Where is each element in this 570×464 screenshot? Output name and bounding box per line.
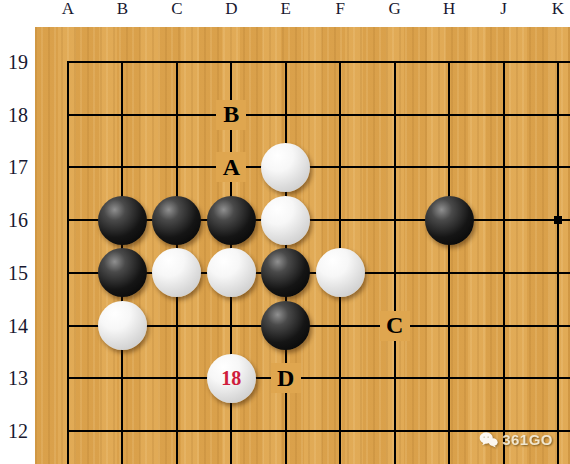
column-label: A — [56, 0, 80, 18]
grid-line-vertical — [448, 61, 450, 464]
stone-white — [261, 143, 310, 192]
move-number-label: 18 — [221, 368, 241, 388]
column-label: C — [165, 0, 189, 18]
row-label: 12 — [0, 420, 28, 442]
row-label: 16 — [0, 209, 28, 231]
grid-line-horizontal — [67, 166, 570, 168]
row-label: 15 — [0, 262, 28, 284]
grid-line-vertical — [503, 61, 505, 464]
row-label: 13 — [0, 367, 28, 389]
board-letter-mark: C — [380, 311, 410, 341]
board-letter-mark: D — [271, 363, 301, 393]
grid-line-vertical — [67, 61, 69, 464]
column-label: J — [492, 0, 516, 18]
column-label: H — [437, 0, 461, 18]
column-label: F — [328, 0, 352, 18]
stone-black — [207, 196, 256, 245]
watermark-text: 361GO — [502, 431, 553, 448]
row-label: 17 — [0, 156, 28, 178]
row-label: 14 — [0, 315, 28, 337]
board-letter-mark: A — [216, 152, 246, 182]
grid-line-horizontal — [67, 61, 570, 63]
stone-white — [207, 248, 256, 297]
column-label: G — [383, 0, 407, 18]
watermark: 361GO — [479, 431, 553, 448]
row-label: 19 — [0, 51, 28, 73]
column-label: B — [110, 0, 134, 18]
stone-white — [316, 248, 365, 297]
stone-black — [98, 248, 147, 297]
star-point — [554, 216, 562, 224]
stone-black — [425, 196, 474, 245]
stone-black — [152, 196, 201, 245]
board-letter-mark: B — [216, 100, 246, 130]
column-label: K — [546, 0, 570, 18]
stone-white — [261, 196, 310, 245]
grid-line-horizontal — [67, 114, 570, 116]
board-background — [35, 27, 570, 464]
grid-line-horizontal — [67, 377, 570, 379]
stone-black — [261, 301, 310, 350]
stone-white: 18 — [207, 354, 256, 403]
grid-line-vertical — [394, 61, 396, 464]
column-label: E — [274, 0, 298, 18]
column-label: D — [219, 0, 243, 18]
grid-line-vertical — [557, 61, 559, 464]
stone-black — [98, 196, 147, 245]
watermark-icon — [479, 431, 498, 448]
stone-white — [98, 301, 147, 350]
row-label: 18 — [0, 104, 28, 126]
go-diagram: 18 BACD ABCDEFGHJK 1918171615141312 361G… — [0, 0, 570, 464]
